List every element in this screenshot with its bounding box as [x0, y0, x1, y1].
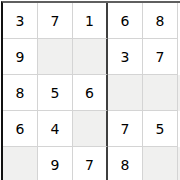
cell-r2c1[interactable]: 9 [3, 39, 38, 75]
cell-r1c6-partial[interactable] [178, 3, 180, 39]
cell-r1c3[interactable]: 1 [73, 3, 108, 39]
cell-r4c6-partial[interactable] [178, 111, 180, 147]
cell-r3c3[interactable]: 6 [73, 75, 108, 111]
cell-r3c1[interactable]: 8 [3, 75, 38, 111]
cell-r3c6-partial[interactable] [178, 75, 180, 111]
cell-r4c5[interactable]: 5 [143, 111, 178, 147]
cell-r5c3[interactable]: 7 [73, 147, 108, 180]
cell-r4c3[interactable] [73, 111, 108, 147]
cell-r5c1[interactable] [3, 147, 38, 180]
cell-r2c5[interactable]: 7 [143, 39, 178, 75]
cell-r5c5[interactable] [143, 147, 178, 180]
cell-r1c5[interactable]: 8 [143, 3, 178, 39]
cell-r1c4[interactable]: 6 [108, 3, 143, 39]
cell-r2c3[interactable] [73, 39, 108, 75]
sudoku-board: 371689378566475978 [1, 1, 180, 180]
cell-r3c2[interactable]: 5 [38, 75, 73, 111]
cell-r4c4[interactable]: 7 [108, 111, 143, 147]
cell-r5c6-partial[interactable] [178, 147, 180, 180]
cell-r1c1[interactable]: 3 [3, 3, 38, 39]
cell-r1c2[interactable]: 7 [38, 3, 73, 39]
cell-r4c2[interactable]: 4 [38, 111, 73, 147]
cell-r5c4[interactable]: 8 [108, 147, 143, 180]
cell-r3c5[interactable] [143, 75, 178, 111]
cell-r2c6-partial[interactable] [178, 39, 180, 75]
cell-r3c4[interactable] [108, 75, 143, 111]
cell-r4c1[interactable]: 6 [3, 111, 38, 147]
cell-r5c2[interactable]: 9 [38, 147, 73, 180]
cell-r2c2[interactable] [38, 39, 73, 75]
cell-r2c4[interactable]: 3 [108, 39, 143, 75]
